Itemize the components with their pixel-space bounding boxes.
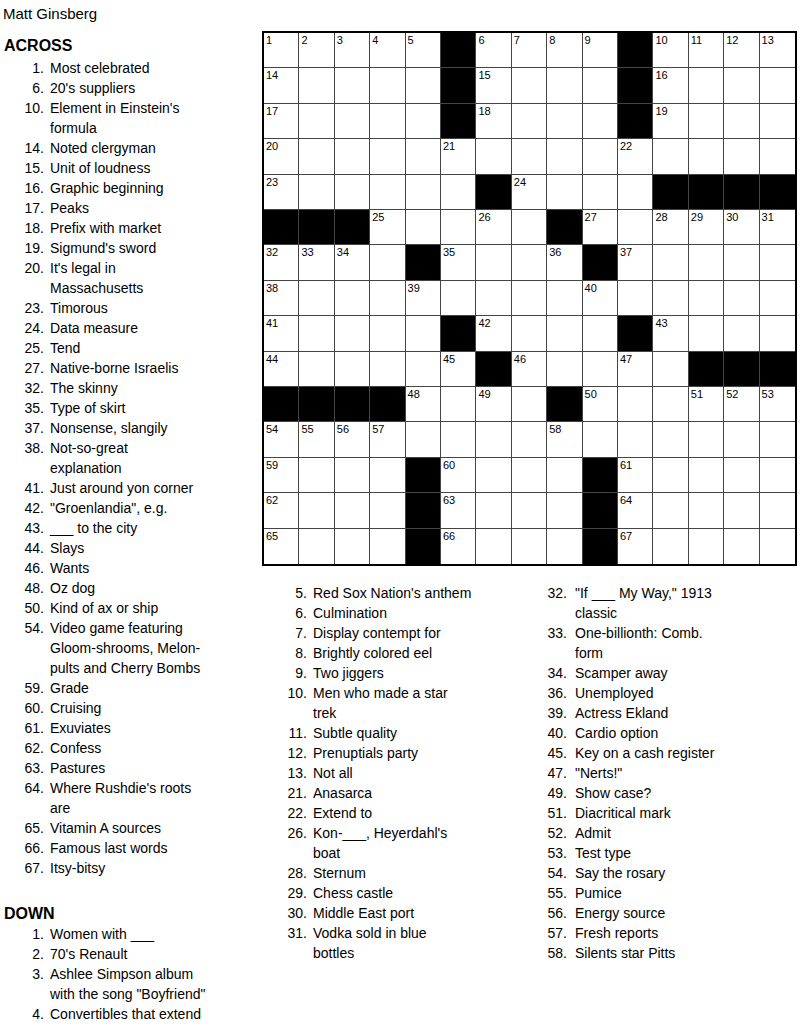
clue-text: Where Rushdie's roots are (50, 778, 256, 818)
across-clue-42: 42."Groenlandia", e.g. (4, 498, 260, 518)
grid-cell-r7c6: 35 (441, 245, 476, 280)
grid-cell-r7c1: 32 (264, 245, 299, 280)
cell-number: 36 (549, 246, 561, 258)
clue-text: Oz dog (50, 578, 256, 598)
clue-number: 63. (4, 758, 44, 778)
grid-cell-r2c10 (583, 68, 618, 103)
grid-cell-r3c13 (689, 104, 724, 139)
cell-number: 31 (762, 211, 774, 223)
clue-number: 25. (4, 338, 44, 358)
grid-cell-r12c5 (406, 422, 441, 457)
grid-cell-r5c4 (370, 175, 405, 210)
clue-text: Unit of loudness (50, 158, 256, 178)
grid-cell-r3c2 (299, 104, 334, 139)
cell-number: 51 (691, 388, 703, 400)
cell-number: 42 (478, 317, 490, 329)
clue-number: 6. (4, 78, 44, 98)
cell-number: 13 (762, 34, 774, 46)
cell-number: 25 (372, 211, 384, 223)
black-cell-r3c6 (441, 104, 476, 139)
black-cell-r11c1 (264, 387, 299, 422)
grid-cell-r1c3: 3 (335, 33, 370, 68)
clue-number: 54. (533, 863, 567, 883)
grid-cell-r6c14: 30 (724, 210, 759, 245)
clue-number: 8. (270, 643, 307, 663)
clue-number: 5. (270, 583, 307, 603)
grid-cell-r14c8 (512, 493, 547, 528)
cell-number: 20 (266, 140, 278, 152)
clue-text: "Nerts!" (575, 763, 797, 783)
grid-cell-r14c13 (689, 493, 724, 528)
cell-number: 28 (655, 211, 667, 223)
grid-cell-r15c1: 65 (264, 529, 299, 564)
grid-cell-r12c4: 57 (370, 422, 405, 457)
grid-cell-r11c13: 51 (689, 387, 724, 422)
clue-text: Tend (50, 338, 256, 358)
cell-number: 34 (337, 246, 349, 258)
grid-cell-r4c9 (547, 139, 582, 174)
clue-text: Extend to (313, 803, 530, 823)
clue-text: Unemployed (575, 683, 797, 703)
black-cell-r1c6 (441, 33, 476, 68)
cell-number: 17 (266, 105, 278, 117)
cell-number: 48 (408, 388, 420, 400)
clue-text: Most celebrated (50, 58, 256, 78)
across-clue-38: 38.Not-so-great explanation (4, 438, 260, 478)
down-clue-33: 33.One-billionth: Comb. form (533, 623, 799, 663)
across-clue-list: 1.Most celebrated6.20's suppliers10.Elem… (4, 58, 260, 878)
grid-cell-r1c12: 10 (653, 33, 688, 68)
grid-cell-r9c2 (299, 316, 334, 351)
clue-number: 58. (533, 943, 567, 963)
grid-cell-r4c13 (689, 139, 724, 174)
clue-number: 51. (533, 803, 567, 823)
down-clue-40: 40.Cardio option (533, 723, 799, 743)
grid-cell-r14c7 (476, 493, 511, 528)
grid-cell-r13c1: 59 (264, 458, 299, 493)
black-cell-r7c10 (583, 245, 618, 280)
cell-number: 41 (266, 317, 278, 329)
down-clue-21: 21.Anasarca (270, 783, 532, 803)
clue-text: Not all (313, 763, 530, 783)
across-clue-17: 17.Peaks (4, 198, 260, 218)
clue-text: Prefix with market (50, 218, 256, 238)
down-clue-list-right: 32."If ___ My Way," 1913 classic33.One-b… (533, 583, 799, 963)
clue-text: 20's suppliers (50, 78, 256, 98)
across-clue-27: 27.Native-borne Israelis (4, 358, 260, 378)
clue-number: 50. (4, 598, 44, 618)
grid-cell-r10c5 (406, 352, 441, 387)
across-clue-1: 1.Most celebrated (4, 58, 260, 78)
clue-text: Ashlee Simpson album with the song "Boyf… (50, 964, 256, 1004)
grid-cell-r15c2 (299, 529, 334, 564)
down-clue-28: 28.Sternum (270, 863, 532, 883)
grid-cell-r6c12: 28 (653, 210, 688, 245)
clue-number: 64. (4, 778, 44, 798)
grid-cell-r7c8 (512, 245, 547, 280)
down-clue-8: 8.Brightly colored eel (270, 643, 532, 663)
down-clue-52: 52.Admit (533, 823, 799, 843)
clue-number: 35. (4, 398, 44, 418)
down-clue-30: 30.Middle East port (270, 903, 532, 923)
cell-number: 11 (691, 34, 702, 46)
cell-number: 1 (266, 34, 272, 46)
grid-cell-r14c3 (335, 493, 370, 528)
cell-number: 19 (655, 105, 667, 117)
cell-number: 37 (620, 246, 632, 258)
cell-number: 32 (266, 246, 278, 258)
grid-cell-r2c4 (370, 68, 405, 103)
clue-text: Culmination (313, 603, 530, 623)
clue-number: 60. (4, 698, 44, 718)
black-cell-r11c3 (335, 387, 370, 422)
grid-cell-r15c9 (547, 529, 582, 564)
across-clue-43: 43.___ to the city (4, 518, 260, 538)
clue-text: "Groenlandia", e.g. (50, 498, 256, 518)
down-clue-6: 6.Culmination (270, 603, 532, 623)
clue-text: Show case? (575, 783, 797, 803)
grid-cell-r7c9: 36 (547, 245, 582, 280)
grid-cell-r6c10: 27 (583, 210, 618, 245)
clue-number: 16. (4, 178, 44, 198)
down-clue-9: 9.Two jiggers (270, 663, 532, 683)
across-clue-63: 63.Pastures (4, 758, 260, 778)
cell-number: 63 (443, 494, 455, 506)
grid-cell-r4c11: 22 (618, 139, 653, 174)
grid-cell-r11c7: 49 (476, 387, 511, 422)
clue-text: Actress Ekland (575, 703, 797, 723)
grid-cell-r5c3 (335, 175, 370, 210)
clue-text: Type of skirt (50, 398, 256, 418)
clue-text: Anasarca (313, 783, 530, 803)
across-clue-50: 50.Kind of ax or ship (4, 598, 260, 618)
grid-cell-r9c4 (370, 316, 405, 351)
clue-number: 13. (270, 763, 307, 783)
clue-number: 18. (4, 218, 44, 238)
grid-cell-r13c11: 61 (618, 458, 653, 493)
clue-number: 65. (4, 818, 44, 838)
clue-number: 61. (4, 718, 44, 738)
cell-number: 23 (266, 176, 278, 188)
clue-number: 40. (533, 723, 567, 743)
clue-text: ___ to the city (50, 518, 256, 538)
grid-cell-r1c4: 4 (370, 33, 405, 68)
black-cell-r10c15 (760, 352, 795, 387)
clue-text: Not-so-great explanation (50, 438, 256, 478)
clue-number: 14. (4, 138, 44, 158)
grid-cell-r1c13: 11 (689, 33, 724, 68)
black-cell-r15c5 (406, 529, 441, 564)
cell-number: 15 (478, 69, 490, 81)
clue-number: 49. (533, 783, 567, 803)
clue-number: 19. (4, 238, 44, 258)
grid-cell-r5c9 (547, 175, 582, 210)
black-cell-r5c14 (724, 175, 759, 210)
clue-number: 36. (533, 683, 567, 703)
clue-number: 43. (4, 518, 44, 538)
across-clue-19: 19.Sigmund's sword (4, 238, 260, 258)
clue-column-left: ACROSS 1.Most celebrated6.20's suppliers… (4, 36, 260, 1024)
grid-cell-r6c5 (406, 210, 441, 245)
clue-text: Sternum (313, 863, 530, 883)
grid-cell-r3c7: 18 (476, 104, 511, 139)
clue-number: 10. (270, 683, 307, 703)
grid-cell-r7c4 (370, 245, 405, 280)
cell-number: 44 (266, 353, 278, 365)
grid-cell-r7c3: 34 (335, 245, 370, 280)
clue-number: 62. (4, 738, 44, 758)
grid-cell-r13c9 (547, 458, 582, 493)
cell-number: 2 (301, 34, 307, 46)
down-clue-53: 53.Test type (533, 843, 799, 863)
grid-cell-r8c4 (370, 281, 405, 316)
grid-cell-r11c14: 52 (724, 387, 759, 422)
clue-number: 12. (270, 743, 307, 763)
grid-cell-r10c1: 44 (264, 352, 299, 387)
cell-number: 14 (266, 69, 278, 81)
across-clue-65: 65.Vitamin A sources (4, 818, 260, 838)
down-clue-55: 55.Pumice (533, 883, 799, 903)
grid-cell-r1c10: 9 (583, 33, 618, 68)
grid-cell-r6c6 (441, 210, 476, 245)
grid-cell-r8c3 (335, 281, 370, 316)
grid-cell-r13c15 (760, 458, 795, 493)
cell-number: 59 (266, 459, 278, 471)
cell-number: 61 (620, 459, 632, 471)
grid-cell-r4c6: 21 (441, 139, 476, 174)
grid-cell-r11c10: 50 (583, 387, 618, 422)
clue-text: Itsy-bitsy (50, 858, 256, 878)
clue-text: Famous last words (50, 838, 256, 858)
cell-number: 12 (726, 34, 738, 46)
grid-cell-r8c8 (512, 281, 547, 316)
grid-cell-r14c4 (370, 493, 405, 528)
clue-text: Sigmund's sword (50, 238, 256, 258)
clue-text: Brightly colored eel (313, 643, 530, 663)
grid-cell-r12c6 (441, 422, 476, 457)
grid-cell-r14c6: 63 (441, 493, 476, 528)
grid-cell-r7c13 (689, 245, 724, 280)
grid-cell-r8c2 (299, 281, 334, 316)
clue-number: 9. (270, 663, 307, 683)
clue-number: 3. (4, 964, 44, 984)
grid-cell-r7c7 (476, 245, 511, 280)
grid-cell-r4c8 (512, 139, 547, 174)
clue-number: 38. (4, 438, 44, 458)
clue-text: Two jiggers (313, 663, 530, 683)
clue-number: 42. (4, 498, 44, 518)
cell-number: 46 (514, 353, 526, 365)
clue-number: 54. (4, 618, 44, 638)
across-clue-35: 35.Type of skirt (4, 398, 260, 418)
black-cell-r10c14 (724, 352, 759, 387)
grid-cell-r10c4 (370, 352, 405, 387)
clue-number: 1. (4, 58, 44, 78)
clue-number: 41. (4, 478, 44, 498)
clue-text: Fresh reports (575, 923, 797, 943)
cell-number: 54 (266, 423, 278, 435)
grid-cell-r3c5 (406, 104, 441, 139)
across-clue-15: 15.Unit of loudness (4, 158, 260, 178)
black-cell-r10c7 (476, 352, 511, 387)
cell-number: 60 (443, 459, 455, 471)
clue-text: Slays (50, 538, 256, 558)
grid-cell-r1c14: 12 (724, 33, 759, 68)
cell-number: 39 (408, 282, 420, 294)
across-clue-64: 64.Where Rushdie's roots are (4, 778, 260, 818)
black-cell-r14c5 (406, 493, 441, 528)
grid-cell-r8c9 (547, 281, 582, 316)
grid-cell-r6c4: 25 (370, 210, 405, 245)
clue-text: Data measure (50, 318, 256, 338)
clue-text: One-billionth: Comb. form (575, 623, 797, 663)
clue-number: 37. (4, 418, 44, 438)
clue-text: Scamper away (575, 663, 797, 683)
grid-cell-r12c14 (724, 422, 759, 457)
clue-number: 32. (4, 378, 44, 398)
clue-number: 6. (270, 603, 307, 623)
across-clue-37: 37.Nonsense, slangily (4, 418, 260, 438)
clue-number: 28. (270, 863, 307, 883)
grid-cell-r12c10 (583, 422, 618, 457)
grid-cell-r2c5 (406, 68, 441, 103)
grid-cell-r2c7: 15 (476, 68, 511, 103)
clue-text: Noted clergyman (50, 138, 256, 158)
grid-cell-r3c1: 17 (264, 104, 299, 139)
cell-number: 66 (443, 530, 455, 542)
black-cell-r13c5 (406, 458, 441, 493)
clue-number: 34. (533, 663, 567, 683)
cell-number: 35 (443, 246, 455, 258)
across-clue-6: 6.20's suppliers (4, 78, 260, 98)
grid-cell-r5c11 (618, 175, 653, 210)
clue-number: 46. (4, 558, 44, 578)
clue-number: 30. (270, 903, 307, 923)
grid-cell-r13c14 (724, 458, 759, 493)
cell-number: 30 (726, 211, 738, 223)
clue-text: Display contempt for (313, 623, 530, 643)
grid-cell-r5c6 (441, 175, 476, 210)
clue-number: 4. (4, 1004, 44, 1024)
clue-number: 44. (4, 538, 44, 558)
grid-cell-r12c9: 58 (547, 422, 582, 457)
cell-number: 6 (478, 34, 484, 46)
grid-cell-r8c1: 38 (264, 281, 299, 316)
down-clue-56: 56.Energy source (533, 903, 799, 923)
clue-number: 48. (4, 578, 44, 598)
cell-number: 5 (408, 34, 414, 46)
grid-cell-r5c1: 23 (264, 175, 299, 210)
grid-cell-r9c10 (583, 316, 618, 351)
down-clue-1: 1.Women with ___ (4, 924, 260, 944)
grid-cell-r3c9 (547, 104, 582, 139)
grid-cell-r11c8 (512, 387, 547, 422)
clue-number: 55. (533, 883, 567, 903)
cell-number: 57 (372, 423, 384, 435)
black-cell-r6c9 (547, 210, 582, 245)
down-clue-58: 58.Silents star Pitts (533, 943, 799, 963)
grid-cell-r2c14 (724, 68, 759, 103)
grid-cell-r1c8: 7 (512, 33, 547, 68)
black-cell-r2c6 (441, 68, 476, 103)
clue-number: 47. (533, 763, 567, 783)
grid-cell-r2c2 (299, 68, 334, 103)
down-clue-47: 47."Nerts!" (533, 763, 799, 783)
down-clue-36: 36.Unemployed (533, 683, 799, 703)
across-clue-41: 41.Just around yon corner (4, 478, 260, 498)
clue-text: Energy source (575, 903, 797, 923)
grid-cell-r13c8 (512, 458, 547, 493)
grid-cell-r13c12 (653, 458, 688, 493)
grid-cell-r2c8 (512, 68, 547, 103)
grid-cell-r14c12 (653, 493, 688, 528)
grid-cell-r6c8 (512, 210, 547, 245)
cell-number: 7 (514, 34, 520, 46)
across-clue-20: 20.It's legal in Massachusetts (4, 258, 260, 298)
down-clue-10: 10.Men who made a star trek (270, 683, 532, 723)
grid-cell-r2c3 (335, 68, 370, 103)
grid-cell-r2c12: 16 (653, 68, 688, 103)
down-clue-29: 29.Chess castle (270, 883, 532, 903)
grid-cell-r12c1: 54 (264, 422, 299, 457)
down-clue-32: 32."If ___ My Way," 1913 classic (533, 583, 799, 623)
clue-number: 11. (270, 723, 307, 743)
black-cell-r14c10 (583, 493, 618, 528)
down-clue-34: 34.Scamper away (533, 663, 799, 683)
grid-cell-r4c10 (583, 139, 618, 174)
grid-cell-r10c12 (653, 352, 688, 387)
clue-text: Red Sox Nation's anthem (313, 583, 530, 603)
cell-number: 8 (549, 34, 555, 46)
black-cell-r11c4 (370, 387, 405, 422)
grid-cell-r9c12: 43 (653, 316, 688, 351)
clue-text: Timorous (50, 298, 256, 318)
clue-number: 23. (4, 298, 44, 318)
grid-cell-r14c11: 64 (618, 493, 653, 528)
grid-cell-r4c7 (476, 139, 511, 174)
clue-text: Men who made a star trek (313, 683, 530, 723)
grid-cell-r8c11 (618, 281, 653, 316)
byline: Matt Ginsberg (3, 5, 97, 22)
clue-number: 15. (4, 158, 44, 178)
black-cell-r5c15 (760, 175, 795, 210)
clue-text: Chess castle (313, 883, 530, 903)
grid-cell-r8c13 (689, 281, 724, 316)
grid-cell-r3c14 (724, 104, 759, 139)
grid-cell-r2c1: 14 (264, 68, 299, 103)
grid-cell-r15c3 (335, 529, 370, 564)
grid-cell-r8c5: 39 (406, 281, 441, 316)
cell-number: 56 (337, 423, 349, 435)
grid-cell-r10c10 (583, 352, 618, 387)
grid-cell-r12c8 (512, 422, 547, 457)
grid-cell-r7c12 (653, 245, 688, 280)
clue-number: 22. (270, 803, 307, 823)
grid-cell-r3c10 (583, 104, 618, 139)
grid-cell-r15c15 (760, 529, 795, 564)
grid-cell-r14c9 (547, 493, 582, 528)
clue-text: Peaks (50, 198, 256, 218)
black-cell-r9c6 (441, 316, 476, 351)
cell-number: 9 (585, 34, 591, 46)
grid-cell-r4c14 (724, 139, 759, 174)
clue-number: 27. (4, 358, 44, 378)
clue-text: Pumice (575, 883, 797, 903)
clue-text: Kind of ax or ship (50, 598, 256, 618)
grid-cell-r9c3 (335, 316, 370, 351)
cell-number: 22 (620, 140, 632, 152)
grid-cell-r8c6 (441, 281, 476, 316)
